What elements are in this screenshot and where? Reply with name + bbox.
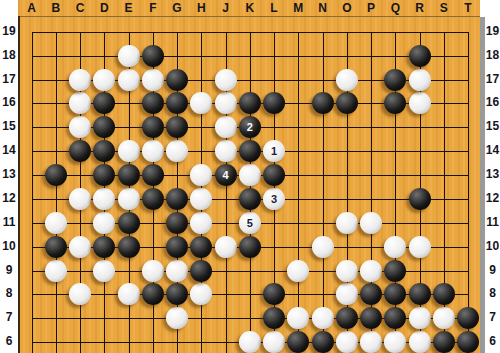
stone-B9[interactable]: [45, 260, 67, 282]
stone-Q9[interactable]: [384, 260, 406, 282]
stone-K10[interactable]: [239, 236, 261, 258]
stone-D17[interactable]: [93, 69, 115, 91]
move-number: 3: [271, 188, 277, 210]
stone-T7[interactable]: [457, 307, 479, 329]
column-label: T: [458, 1, 478, 15]
stone-C17[interactable]: [69, 69, 91, 91]
board-top-edge: [18, 16, 480, 17]
column-label: L: [264, 1, 284, 15]
stone-G7[interactable]: [166, 307, 188, 329]
row-label: 15: [1, 119, 17, 133]
stone-G14[interactable]: [166, 140, 188, 162]
stone-E11[interactable]: [118, 212, 140, 234]
row-label: 16: [1, 95, 17, 109]
stone-F14[interactable]: [142, 140, 164, 162]
column-label: C: [70, 1, 90, 15]
stone-H11[interactable]: [190, 212, 212, 234]
grid-hline: [32, 32, 470, 33]
stone-H8[interactable]: [190, 283, 212, 305]
stone-N16[interactable]: [312, 92, 334, 114]
stone-P9[interactable]: [360, 260, 382, 282]
stone-O6[interactable]: [336, 331, 358, 353]
stone-H12[interactable]: [190, 188, 212, 210]
stone-O17[interactable]: [336, 69, 358, 91]
board-left-edge: [18, 16, 20, 353]
stone-S7[interactable]: [433, 307, 455, 329]
stone-L13[interactable]: [263, 164, 285, 186]
column-label: S: [434, 1, 454, 15]
stone-D10[interactable]: [93, 236, 115, 258]
stone-P8[interactable]: [360, 283, 382, 305]
stone-L7[interactable]: [263, 307, 285, 329]
stone-F12[interactable]: [142, 188, 164, 210]
row-label: 7: [485, 310, 500, 324]
stone-J14[interactable]: [215, 140, 237, 162]
stone-F13[interactable]: [142, 164, 164, 186]
stone-E12[interactable]: [118, 188, 140, 210]
row-label: 19: [1, 24, 17, 38]
column-label: B: [46, 1, 66, 15]
stone-G10[interactable]: [166, 236, 188, 258]
row-label: 17: [485, 72, 500, 86]
row-labels-left: 191817161514131211109876: [0, 0, 18, 353]
stone-R8[interactable]: [409, 283, 431, 305]
column-label: G: [167, 1, 187, 15]
stone-C10[interactable]: [69, 236, 91, 258]
stone-S8[interactable]: [433, 283, 455, 305]
stone-M7[interactable]: [287, 307, 309, 329]
stone-H16[interactable]: [190, 92, 212, 114]
stone-H9[interactable]: [190, 260, 212, 282]
stone-G15[interactable]: [166, 116, 188, 138]
row-label: 9: [485, 263, 500, 277]
stone-F17[interactable]: [142, 69, 164, 91]
stone-L16[interactable]: [263, 92, 285, 114]
column-label: H: [191, 1, 211, 15]
stone-N6[interactable]: [312, 331, 334, 353]
stone-G12[interactable]: [166, 188, 188, 210]
column-label: N: [313, 1, 333, 15]
go-app-window: ABCDEFGHJKLMNOPQRST 53412 19181716151413…: [0, 0, 500, 353]
stone-G11[interactable]: [166, 212, 188, 234]
column-label: P: [361, 1, 381, 15]
row-label: 11: [485, 215, 500, 229]
stone-R6[interactable]: [409, 331, 431, 353]
stone-C14[interactable]: [69, 140, 91, 162]
stone-R12[interactable]: [409, 188, 431, 210]
move-number: 4: [222, 164, 228, 186]
row-label: 12: [485, 191, 500, 205]
stone-R7[interactable]: [409, 307, 431, 329]
stone-E10[interactable]: [118, 236, 140, 258]
stone-M6[interactable]: [287, 331, 309, 353]
stone-C16[interactable]: [69, 92, 91, 114]
stone-Q10[interactable]: [384, 236, 406, 258]
stone-P11[interactable]: [360, 212, 382, 234]
stone-H10[interactable]: [190, 236, 212, 258]
column-label: J: [216, 1, 236, 15]
stone-B11[interactable]: [45, 212, 67, 234]
row-label: 8: [485, 286, 500, 300]
stone-O7[interactable]: [336, 307, 358, 329]
move-number: 5: [247, 212, 253, 234]
stone-F9[interactable]: [142, 260, 164, 282]
stone-R10[interactable]: [409, 236, 431, 258]
stone-F18[interactable]: [142, 45, 164, 67]
stone-E17[interactable]: [118, 69, 140, 91]
column-label: Q: [385, 1, 405, 15]
row-label: 17: [1, 72, 17, 86]
column-label: O: [337, 1, 357, 15]
row-label: 12: [1, 191, 17, 205]
stone-D15[interactable]: [93, 116, 115, 138]
stone-D11[interactable]: [93, 212, 115, 234]
stone-J13[interactable]: 4: [215, 164, 237, 186]
stone-C8[interactable]: [69, 283, 91, 305]
stone-K15[interactable]: 2: [239, 116, 261, 138]
stone-G16[interactable]: [166, 92, 188, 114]
stone-J10[interactable]: [215, 236, 237, 258]
stone-K11[interactable]: 5: [239, 212, 261, 234]
stone-F16[interactable]: [142, 92, 164, 114]
stone-M9[interactable]: [287, 260, 309, 282]
stone-Q16[interactable]: [384, 92, 406, 114]
row-label: 6: [1, 334, 17, 348]
stone-D13[interactable]: [93, 164, 115, 186]
stone-P7[interactable]: [360, 307, 382, 329]
stone-O11[interactable]: [336, 212, 358, 234]
stone-N10[interactable]: [312, 236, 334, 258]
stone-E18[interactable]: [118, 45, 140, 67]
stone-Q17[interactable]: [384, 69, 406, 91]
stone-K6[interactable]: [239, 331, 261, 353]
stone-S6[interactable]: [433, 331, 455, 353]
stone-G17[interactable]: [166, 69, 188, 91]
stone-E13[interactable]: [118, 164, 140, 186]
row-label: 11: [1, 215, 17, 229]
stone-L8[interactable]: [263, 283, 285, 305]
row-label: 6: [485, 334, 500, 348]
stone-F8[interactable]: [142, 283, 164, 305]
stone-R17[interactable]: [409, 69, 431, 91]
stone-C12[interactable]: [69, 188, 91, 210]
row-label: 9: [1, 263, 17, 277]
column-label: D: [94, 1, 114, 15]
stone-O9[interactable]: [336, 260, 358, 282]
stone-J17[interactable]: [215, 69, 237, 91]
column-label: R: [410, 1, 430, 15]
row-label: 13: [1, 167, 17, 181]
stone-N7[interactable]: [312, 307, 334, 329]
stone-B13[interactable]: [45, 164, 67, 186]
stone-K16[interactable]: [239, 92, 261, 114]
stone-J15[interactable]: [215, 116, 237, 138]
stone-Q6[interactable]: [384, 331, 406, 353]
column-label: M: [288, 1, 308, 15]
stone-L12[interactable]: 3: [263, 188, 285, 210]
row-label: 14: [1, 143, 17, 157]
stone-Q7[interactable]: [384, 307, 406, 329]
stone-Q8[interactable]: [384, 283, 406, 305]
stone-G8[interactable]: [166, 283, 188, 305]
stone-F15[interactable]: [142, 116, 164, 138]
stone-T6[interactable]: [457, 331, 479, 353]
row-label: 18: [485, 48, 500, 62]
stone-O8[interactable]: [336, 283, 358, 305]
stone-D9[interactable]: [93, 260, 115, 282]
row-labels-right: 191817161514131211109876: [485, 0, 500, 353]
stone-E8[interactable]: [118, 283, 140, 305]
stone-J16[interactable]: [215, 92, 237, 114]
row-label: 8: [1, 286, 17, 300]
stone-L14[interactable]: 1: [263, 140, 285, 162]
stone-G9[interactable]: [166, 260, 188, 282]
stone-R18[interactable]: [409, 45, 431, 67]
row-label: 10: [1, 239, 17, 253]
grid-hline: [32, 56, 470, 57]
stone-R16[interactable]: [409, 92, 431, 114]
row-label: 13: [485, 167, 500, 181]
stone-D16[interactable]: [93, 92, 115, 114]
stone-B10[interactable]: [45, 236, 67, 258]
stone-P6[interactable]: [360, 331, 382, 353]
row-label: 7: [1, 310, 17, 324]
stone-C15[interactable]: [69, 116, 91, 138]
stone-K12[interactable]: [239, 188, 261, 210]
stone-E14[interactable]: [118, 140, 140, 162]
stone-K14[interactable]: [239, 140, 261, 162]
row-label: 19: [485, 24, 500, 38]
stone-H13[interactable]: [190, 164, 212, 186]
row-label: 15: [485, 119, 500, 133]
column-label: A: [22, 1, 42, 15]
goban[interactable]: ABCDEFGHJKLMNOPQRST 53412: [18, 0, 480, 353]
row-label: 10: [485, 239, 500, 253]
column-label: K: [240, 1, 260, 15]
row-label: 18: [1, 48, 17, 62]
stone-O16[interactable]: [336, 92, 358, 114]
stone-D12[interactable]: [93, 188, 115, 210]
move-number: 1: [271, 140, 277, 162]
move-number: 2: [247, 116, 253, 138]
row-label: 16: [485, 95, 500, 109]
stone-D14[interactable]: [93, 140, 115, 162]
row-label: 14: [485, 143, 500, 157]
column-label: E: [119, 1, 139, 15]
stone-K13[interactable]: [239, 164, 261, 186]
stone-L6[interactable]: [263, 331, 285, 353]
column-label: F: [143, 1, 163, 15]
